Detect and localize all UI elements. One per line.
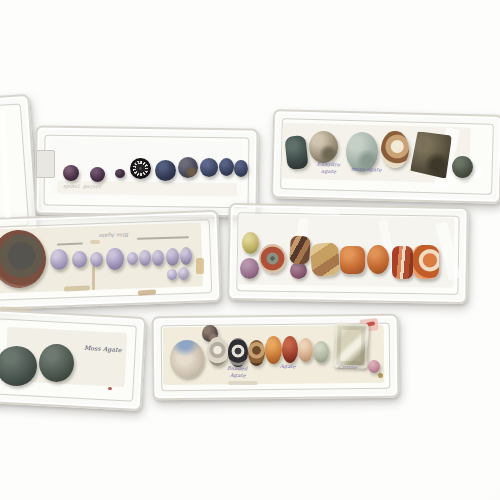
stone-amber-square bbox=[310, 242, 340, 277]
stone-dark-rect-cab bbox=[284, 135, 308, 170]
stone-lavender-7 bbox=[152, 250, 164, 266]
case-bead-strand-label-0: spinel garnet bbox=[63, 184, 101, 190]
stone-white-eye-agate bbox=[207, 337, 228, 366]
case-moss-agate-pair-mark-0 bbox=[108, 387, 112, 390]
stone-lavender-1 bbox=[50, 249, 68, 270]
stone-bead-2 bbox=[90, 167, 105, 182]
stone-lavender-2 bbox=[72, 251, 87, 268]
stone-small-purple-round bbox=[290, 262, 307, 279]
case-blue-chalcedony-mark-4 bbox=[92, 266, 95, 290]
stone-lavender-5 bbox=[127, 252, 138, 265]
stone-peach-oval bbox=[298, 338, 313, 362]
stone-mauve-round bbox=[240, 258, 259, 279]
stone-eye-agate bbox=[259, 244, 286, 273]
stone-lavender-9 bbox=[180, 247, 192, 265]
stone-bead-7 bbox=[200, 158, 218, 177]
stone-orange-banded-agate bbox=[413, 245, 439, 279]
stone-banded-agate-oval bbox=[381, 131, 409, 168]
case-banded-agate-set-label-2: Agate bbox=[280, 364, 296, 370]
stone-bead-1 bbox=[63, 165, 79, 181]
case-moss-agate-set-label-2: moss agate bbox=[351, 166, 382, 173]
stone-lavender-3 bbox=[90, 252, 103, 267]
stone-lavender-6 bbox=[139, 250, 151, 266]
stone-mottled-round-cab bbox=[309, 131, 338, 163]
stone-small-dark-round bbox=[452, 156, 473, 178]
stone-citrine-emerald-cut bbox=[333, 322, 369, 368]
stone-banded-rect-cab bbox=[289, 235, 311, 264]
stone-bead-3 bbox=[115, 169, 125, 178]
stone-black-banded-agate bbox=[228, 338, 248, 367]
stone-bead-8 bbox=[219, 158, 234, 176]
stone-pale-green-oval bbox=[313, 341, 329, 363]
case-banded-agate-set-label-1: Agate bbox=[230, 373, 246, 379]
case-blue-chalcedony-mark-3 bbox=[90, 240, 100, 244]
stone-red-jasper-oval bbox=[282, 336, 298, 363]
stone-orange-square bbox=[340, 246, 365, 274]
stone-pink-bead bbox=[368, 360, 380, 373]
stone-pale-chalcedony-cab bbox=[170, 340, 204, 378]
stone-lavender-8 bbox=[166, 248, 179, 266]
stone-red-banded-cab bbox=[392, 246, 413, 279]
stone-bead-4-eye bbox=[130, 158, 151, 179]
specimen-photo: spinel garnetEnhydroagatemoss agateBlue … bbox=[0, 0, 500, 500]
stone-lavender-small-b bbox=[178, 267, 189, 280]
case-banded-agate-set-mark-0 bbox=[228, 381, 258, 385]
stone-orange-oval bbox=[367, 245, 389, 274]
case-blue-chalcedony-mark-2 bbox=[196, 258, 204, 274]
partial-case-edge-left-mark-1 bbox=[36, 150, 55, 178]
case-banded-agate-set-label-3: Citrine bbox=[338, 365, 357, 371]
stone-carnelian-oval bbox=[265, 336, 282, 364]
stone-lavender-4 bbox=[106, 248, 124, 270]
case-moss-agate-set-label-1: agate bbox=[321, 169, 336, 175]
case-banded-agate-set-mark-3 bbox=[378, 373, 383, 378]
stone-yellow-oval bbox=[242, 232, 259, 254]
stone-bead-9 bbox=[234, 160, 248, 177]
stone-brown-banded-oval bbox=[248, 340, 265, 366]
case-blue-chalcedony-label-0: Blue Agate bbox=[99, 231, 129, 238]
stone-lavender-small-a bbox=[167, 269, 177, 280]
stone-moss-round-2 bbox=[39, 344, 74, 382]
stone-bead-6 bbox=[178, 157, 198, 178]
stone-bead-5 bbox=[155, 160, 176, 181]
